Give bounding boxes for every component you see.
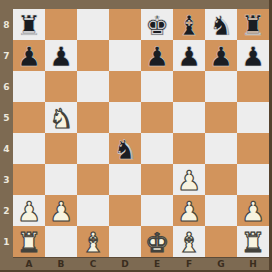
- rank-label-3: 3: [0, 164, 13, 195]
- square-b1[interactable]: [45, 226, 77, 257]
- square-b8[interactable]: [45, 9, 77, 40]
- square-g3[interactable]: [205, 164, 237, 195]
- square-e3[interactable]: [141, 164, 173, 195]
- black-rook: ♜: [241, 12, 265, 39]
- square-e5[interactable]: [141, 102, 173, 133]
- black-pawn: ♟: [145, 43, 169, 70]
- square-b4[interactable]: [45, 133, 77, 164]
- square-g1[interactable]: [205, 226, 237, 257]
- white-pawn: ♟: [177, 167, 201, 194]
- black-bishop: ♝: [177, 12, 201, 39]
- square-d5[interactable]: [109, 102, 141, 133]
- square-c7[interactable]: [77, 40, 109, 71]
- square-f5[interactable]: [173, 102, 205, 133]
- square-a3[interactable]: [13, 164, 45, 195]
- file-label-e: E: [141, 257, 173, 270]
- square-h4[interactable]: [237, 133, 269, 164]
- square-e4[interactable]: [141, 133, 173, 164]
- square-d6[interactable]: [109, 71, 141, 102]
- rank-label-5: 5: [0, 102, 13, 133]
- rank-label-6: 6: [0, 71, 13, 102]
- square-e7[interactable]: ♟: [141, 40, 173, 71]
- chess-board: ♜♚♝♞♜♟♟♟♟♟♟♞♞♟♟♟♟♟♜♝♚♝♜: [13, 9, 269, 258]
- square-a2[interactable]: ♟: [13, 195, 45, 226]
- square-c3[interactable]: [77, 164, 109, 195]
- white-rook: ♜: [17, 229, 41, 256]
- square-g2[interactable]: [205, 195, 237, 226]
- square-d2[interactable]: [109, 195, 141, 226]
- square-a5[interactable]: [13, 102, 45, 133]
- white-pawn: ♟: [177, 198, 201, 225]
- black-knight: ♞: [113, 136, 137, 163]
- square-a4[interactable]: [13, 133, 45, 164]
- square-b6[interactable]: [45, 71, 77, 102]
- square-g6[interactable]: [205, 71, 237, 102]
- square-h3[interactable]: [237, 164, 269, 195]
- square-d7[interactable]: [109, 40, 141, 71]
- file-label-h: H: [237, 257, 269, 270]
- square-c4[interactable]: [77, 133, 109, 164]
- black-pawn: ♟: [241, 43, 265, 70]
- file-label-b: B: [45, 257, 77, 270]
- rank-label-1: 1: [0, 226, 13, 257]
- square-a8[interactable]: ♜: [13, 9, 45, 40]
- square-c5[interactable]: [77, 102, 109, 133]
- square-h5[interactable]: [237, 102, 269, 133]
- square-d1[interactable]: [109, 226, 141, 257]
- chess-diagram: ♜♚♝♞♜♟♟♟♟♟♟♞♞♟♟♟♟♟♜♝♚♝♜ 87654321 ABCDEFG…: [0, 0, 272, 272]
- white-pawn: ♟: [49, 198, 73, 225]
- file-label-a: A: [13, 257, 45, 270]
- square-d4[interactable]: ♞: [109, 133, 141, 164]
- square-f2[interactable]: ♟: [173, 195, 205, 226]
- square-h6[interactable]: [237, 71, 269, 102]
- square-e8[interactable]: ♚: [141, 9, 173, 40]
- square-b3[interactable]: [45, 164, 77, 195]
- square-f3[interactable]: ♟: [173, 164, 205, 195]
- square-a6[interactable]: [13, 71, 45, 102]
- square-c6[interactable]: [77, 71, 109, 102]
- square-g7[interactable]: ♟: [205, 40, 237, 71]
- rank-label-4: 4: [0, 133, 13, 164]
- black-knight: ♞: [209, 12, 233, 39]
- rank-label-7: 7: [0, 40, 13, 71]
- black-pawn: ♟: [209, 43, 233, 70]
- white-knight: ♞: [49, 105, 73, 132]
- square-h2[interactable]: ♟: [237, 195, 269, 226]
- black-pawn: ♟: [49, 43, 73, 70]
- square-g8[interactable]: ♞: [205, 9, 237, 40]
- square-f1[interactable]: ♝: [173, 226, 205, 257]
- file-label-c: C: [77, 257, 109, 270]
- square-f4[interactable]: [173, 133, 205, 164]
- file-label-f: F: [173, 257, 205, 270]
- square-f7[interactable]: ♟: [173, 40, 205, 71]
- square-d8[interactable]: [109, 9, 141, 40]
- square-e1[interactable]: ♚: [141, 226, 173, 257]
- square-b2[interactable]: ♟: [45, 195, 77, 226]
- square-h8[interactable]: ♜: [237, 9, 269, 40]
- file-label-g: G: [205, 257, 237, 270]
- black-pawn: ♟: [177, 43, 201, 70]
- square-g4[interactable]: [205, 133, 237, 164]
- square-b7[interactable]: ♟: [45, 40, 77, 71]
- white-bishop: ♝: [81, 229, 105, 256]
- rank-label-2: 2: [0, 195, 13, 226]
- square-c8[interactable]: [77, 9, 109, 40]
- square-e2[interactable]: [141, 195, 173, 226]
- square-a7[interactable]: ♟: [13, 40, 45, 71]
- square-f8[interactable]: ♝: [173, 9, 205, 40]
- board-edge-right: [269, 0, 272, 272]
- square-c2[interactable]: [77, 195, 109, 226]
- white-pawn: ♟: [241, 198, 265, 225]
- white-king: ♚: [145, 229, 169, 256]
- square-a1[interactable]: ♜: [13, 226, 45, 257]
- file-label-d: D: [109, 257, 141, 270]
- black-rook: ♜: [17, 12, 41, 39]
- square-h7[interactable]: ♟: [237, 40, 269, 71]
- square-e6[interactable]: [141, 71, 173, 102]
- square-h1[interactable]: ♜: [237, 226, 269, 257]
- white-rook: ♜: [241, 229, 265, 256]
- white-pawn: ♟: [17, 198, 41, 225]
- black-pawn: ♟: [17, 43, 41, 70]
- square-c1[interactable]: ♝: [77, 226, 109, 257]
- square-b5[interactable]: ♞: [45, 102, 77, 133]
- file-labels: ABCDEFGH: [13, 257, 269, 270]
- square-g5[interactable]: [205, 102, 237, 133]
- white-bishop: ♝: [177, 229, 201, 256]
- square-f6[interactable]: [173, 71, 205, 102]
- black-king: ♚: [145, 12, 169, 39]
- square-d3[interactable]: [109, 164, 141, 195]
- rank-label-8: 8: [0, 9, 13, 40]
